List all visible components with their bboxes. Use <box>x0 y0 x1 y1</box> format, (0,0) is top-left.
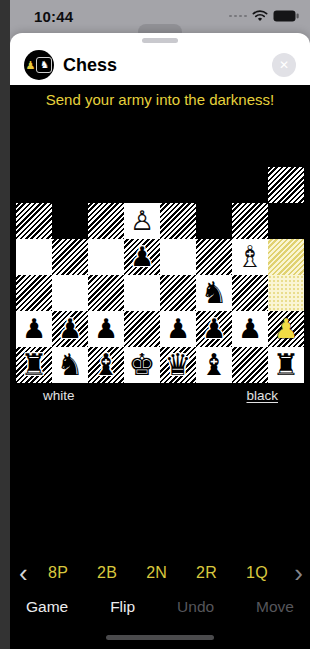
piece-count-bar: ‹ 8P 2B 2N 2R 1Q › <box>10 559 310 587</box>
square-e8[interactable]: ♚ <box>124 347 160 383</box>
wifi-icon <box>252 10 268 22</box>
square-g7[interactable]: ♟ <box>52 311 88 347</box>
square-e7[interactable] <box>124 311 160 347</box>
square-f8[interactable]: ♝ <box>88 347 124 383</box>
player-white-label[interactable]: white <box>43 388 75 403</box>
piece-bq-d8[interactable]: ♛ <box>165 347 192 383</box>
square-h2[interactable] <box>16 131 52 167</box>
player-black-label[interactable]: black <box>246 388 278 403</box>
square-g3[interactable] <box>52 167 88 203</box>
square-h5[interactable] <box>16 239 52 275</box>
piece-bp-d7[interactable]: ♟ <box>166 311 190 347</box>
square-e5[interactable]: ♟ <box>124 239 160 275</box>
piece-bk-e8[interactable]: ♚ <box>129 347 156 383</box>
move-button[interactable]: Move <box>256 598 294 616</box>
battery-icon <box>273 10 299 22</box>
square-g2[interactable] <box>52 131 88 167</box>
square-h7[interactable]: ♟ <box>16 311 52 347</box>
status-icons <box>229 10 299 22</box>
square-h3[interactable] <box>16 167 52 203</box>
square-a3[interactable] <box>268 167 304 203</box>
square-b8[interactable] <box>232 347 268 383</box>
square-d3[interactable] <box>160 167 196 203</box>
square-f2[interactable] <box>88 131 124 167</box>
square-f5[interactable] <box>88 239 124 275</box>
square-b3[interactable] <box>232 167 268 203</box>
close-icon: ✕ <box>279 58 289 72</box>
square-c6[interactable]: ♞ <box>196 275 232 311</box>
square-h6[interactable] <box>16 275 52 311</box>
icon-white-knight: ♞ <box>40 60 49 70</box>
sheet-grabber-handle[interactable] <box>142 38 178 43</box>
piece-bp-f7[interactable]: ♟ <box>94 311 118 347</box>
piece-bp-b7[interactable]: ♟ <box>238 311 262 347</box>
chevron-right-icon[interactable]: › <box>294 559 303 587</box>
count-knights[interactable]: 2N <box>146 564 167 582</box>
piece-wb-b5[interactable]: ♗ <box>237 239 264 275</box>
piece-bn-g8[interactable]: ♞ <box>57 347 84 383</box>
square-h8[interactable]: ♜ <box>16 347 52 383</box>
square-f7[interactable]: ♟ <box>88 311 124 347</box>
player-labels: white black <box>10 388 310 403</box>
square-a6[interactable] <box>268 275 304 311</box>
phone-screen: 10:44 ♟ ♞ Chess ✕ Send your <box>10 0 310 649</box>
square-d8[interactable]: ♛ <box>160 347 196 383</box>
piece-wp-e4[interactable]: ♙ <box>130 203 154 239</box>
square-c3[interactable] <box>196 167 232 203</box>
square-a8[interactable]: ♜ <box>268 347 304 383</box>
page-title: Chess <box>63 55 117 76</box>
count-pawns[interactable]: 8P <box>48 564 68 582</box>
square-e3[interactable] <box>124 167 160 203</box>
flip-button[interactable]: Flip <box>110 598 135 616</box>
square-d4[interactable] <box>160 203 196 239</box>
piece-bb-c8[interactable]: ♝ <box>201 347 228 383</box>
square-c2[interactable] <box>196 131 232 167</box>
chess-app-icon: ♟ ♞ <box>24 50 54 80</box>
square-g8[interactable]: ♞ <box>52 347 88 383</box>
square-d6[interactable] <box>160 275 196 311</box>
game-button[interactable]: Game <box>26 598 68 616</box>
square-h4[interactable] <box>16 203 52 239</box>
square-c7[interactable]: ♟ <box>196 311 232 347</box>
status-bar: 10:44 <box>10 0 310 33</box>
square-e6[interactable] <box>124 275 160 311</box>
undo-button[interactable]: Undo <box>177 598 214 616</box>
square-g4[interactable] <box>52 203 88 239</box>
square-c8[interactable]: ♝ <box>196 347 232 383</box>
chess-app-sheet: ♟ ♞ Chess ✕ Send your army into the dark… <box>10 33 310 649</box>
cellular-signal-icon <box>229 15 247 18</box>
piece-count-items: 8P 2B 2N 2R 1Q <box>48 559 268 587</box>
piece-br-a8[interactable]: ♜ <box>273 347 300 383</box>
count-queens[interactable]: 1Q <box>246 564 268 582</box>
icon-yellow-pawn: ♟ <box>26 60 36 71</box>
sheet-header: ♟ ♞ Chess ✕ <box>10 45 310 85</box>
square-a2[interactable] <box>268 131 304 167</box>
square-c4[interactable] <box>196 203 232 239</box>
square-b6[interactable] <box>232 275 268 311</box>
piece-yp-a7[interactable]: ♟ <box>274 311 298 347</box>
piece-br-h8[interactable]: ♜ <box>21 347 48 383</box>
piece-bn-c6[interactable]: ♞ <box>201 275 228 311</box>
square-a5[interactable] <box>268 239 304 275</box>
square-d5[interactable] <box>160 239 196 275</box>
square-b2[interactable] <box>232 131 268 167</box>
count-rooks[interactable]: 2R <box>196 564 217 582</box>
home-indicator[interactable] <box>106 635 214 640</box>
game-area: Send your army into the darkness! ♙♟♗♞♟♟… <box>10 85 310 649</box>
square-b4[interactable] <box>232 203 268 239</box>
piece-bp-h7[interactable]: ♟ <box>22 311 46 347</box>
clock: 10:44 <box>34 8 73 25</box>
status-banner: Send your army into the darkness! <box>10 91 310 108</box>
chevron-left-icon[interactable]: ‹ <box>19 559 28 587</box>
square-d2[interactable] <box>160 131 196 167</box>
square-g6[interactable] <box>52 275 88 311</box>
square-a7[interactable]: ♟ <box>268 311 304 347</box>
square-b5[interactable]: ♗ <box>232 239 268 275</box>
square-e2[interactable] <box>124 131 160 167</box>
square-e4[interactable]: ♙ <box>124 203 160 239</box>
square-c5[interactable] <box>196 239 232 275</box>
piece-bp-g7[interactable]: ♟ <box>58 311 82 347</box>
piece-bp-e5[interactable]: ♟ <box>130 239 154 275</box>
square-a4[interactable] <box>268 203 304 239</box>
bottom-toolbar: Game Flip Undo Move <box>10 594 310 620</box>
square-f3[interactable] <box>88 167 124 203</box>
piece-bp-c7[interactable]: ♟ <box>202 311 226 347</box>
square-g5[interactable] <box>52 239 88 275</box>
count-bishops[interactable]: 2B <box>97 564 117 582</box>
square-f6[interactable] <box>88 275 124 311</box>
piece-bb-f8[interactable]: ♝ <box>93 347 120 383</box>
icon-knight-box: ♞ <box>36 57 52 73</box>
square-b7[interactable]: ♟ <box>232 311 268 347</box>
board: ♙♟♗♞♟♟♟♟♟♟♟♜♞♝♚♛♝♜ <box>16 95 304 383</box>
square-d7[interactable]: ♟ <box>160 311 196 347</box>
close-button[interactable]: ✕ <box>272 53 296 77</box>
square-f4[interactable] <box>88 203 124 239</box>
